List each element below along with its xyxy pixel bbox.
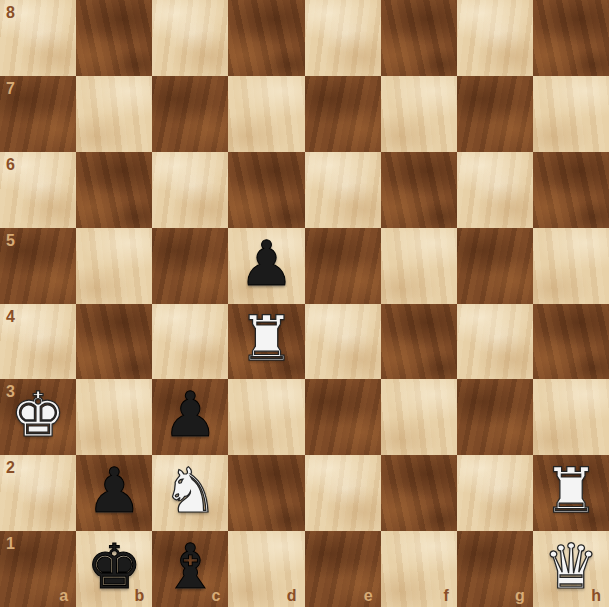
square-f3[interactable]: [381, 379, 457, 455]
square-d1[interactable]: d: [228, 531, 304, 607]
square-b3[interactable]: [76, 379, 152, 455]
square-a4[interactable]: 4: [0, 304, 76, 380]
square-a7[interactable]: 7: [0, 76, 76, 152]
chess-board: 8765♟4♜3♚♟2♟♞♜1ab♚c♝defgh♛: [0, 0, 609, 607]
black-pawn[interactable]: ♟: [163, 384, 219, 446]
square-g6[interactable]: [457, 152, 533, 228]
square-g2[interactable]: [457, 455, 533, 531]
square-e6[interactable]: [305, 152, 381, 228]
file-label-f: f: [443, 588, 448, 604]
white-queen[interactable]: ♛: [543, 536, 599, 598]
square-d3[interactable]: [228, 379, 304, 455]
square-e4[interactable]: [305, 304, 381, 380]
square-h1[interactable]: h♛: [533, 531, 609, 607]
square-c6[interactable]: [152, 152, 228, 228]
black-bishop[interactable]: ♝: [163, 536, 219, 598]
white-rook[interactable]: ♜: [543, 460, 599, 522]
file-label-e: e: [364, 588, 373, 604]
square-d6[interactable]: [228, 152, 304, 228]
square-b6[interactable]: [76, 152, 152, 228]
square-g5[interactable]: [457, 228, 533, 304]
square-e5[interactable]: [305, 228, 381, 304]
square-c8[interactable]: [152, 0, 228, 76]
square-f7[interactable]: [381, 76, 457, 152]
square-h3[interactable]: [533, 379, 609, 455]
square-e7[interactable]: [305, 76, 381, 152]
black-pawn[interactable]: ♟: [239, 233, 295, 295]
rank-label-6: 6: [6, 157, 15, 173]
square-d2[interactable]: [228, 455, 304, 531]
square-c3[interactable]: ♟: [152, 379, 228, 455]
square-c5[interactable]: [152, 228, 228, 304]
rank-label-7: 7: [6, 81, 15, 97]
square-h8[interactable]: [533, 0, 609, 76]
square-f2[interactable]: [381, 455, 457, 531]
square-b1[interactable]: b♚: [76, 531, 152, 607]
square-h2[interactable]: ♜: [533, 455, 609, 531]
square-g3[interactable]: [457, 379, 533, 455]
square-e3[interactable]: [305, 379, 381, 455]
rank-label-8: 8: [6, 5, 15, 21]
square-e2[interactable]: [305, 455, 381, 531]
rank-label-1: 1: [6, 536, 15, 552]
square-c4[interactable]: [152, 304, 228, 380]
square-b7[interactable]: [76, 76, 152, 152]
rank-label-4: 4: [6, 309, 15, 325]
file-label-d: d: [287, 588, 297, 604]
square-a5[interactable]: 5: [0, 228, 76, 304]
square-e8[interactable]: [305, 0, 381, 76]
square-b5[interactable]: [76, 228, 152, 304]
square-c7[interactable]: [152, 76, 228, 152]
square-h6[interactable]: [533, 152, 609, 228]
square-h5[interactable]: [533, 228, 609, 304]
square-a8[interactable]: 8: [0, 0, 76, 76]
square-d4[interactable]: ♜: [228, 304, 304, 380]
square-f6[interactable]: [381, 152, 457, 228]
square-b4[interactable]: [76, 304, 152, 380]
square-h7[interactable]: [533, 76, 609, 152]
rank-label-5: 5: [6, 233, 15, 249]
square-g7[interactable]: [457, 76, 533, 152]
square-e1[interactable]: e: [305, 531, 381, 607]
white-king[interactable]: ♚: [10, 384, 66, 446]
file-label-a: a: [59, 588, 68, 604]
white-knight[interactable]: ♞: [163, 460, 219, 522]
square-a3[interactable]: 3♚: [0, 379, 76, 455]
square-g4[interactable]: [457, 304, 533, 380]
square-a2[interactable]: 2: [0, 455, 76, 531]
square-a6[interactable]: 6: [0, 152, 76, 228]
square-f1[interactable]: f: [381, 531, 457, 607]
black-king[interactable]: ♚: [86, 536, 142, 598]
square-h4[interactable]: [533, 304, 609, 380]
square-c2[interactable]: ♞: [152, 455, 228, 531]
rank-label-2: 2: [6, 460, 15, 476]
square-g1[interactable]: g: [457, 531, 533, 607]
square-c1[interactable]: c♝: [152, 531, 228, 607]
square-b2[interactable]: ♟: [76, 455, 152, 531]
square-b8[interactable]: [76, 0, 152, 76]
square-d5[interactable]: ♟: [228, 228, 304, 304]
square-d7[interactable]: [228, 76, 304, 152]
black-pawn[interactable]: ♟: [86, 460, 142, 522]
square-f4[interactable]: [381, 304, 457, 380]
file-label-g: g: [515, 588, 525, 604]
square-a1[interactable]: 1a: [0, 531, 76, 607]
square-f8[interactable]: [381, 0, 457, 76]
square-d8[interactable]: [228, 0, 304, 76]
square-f5[interactable]: [381, 228, 457, 304]
square-g8[interactable]: [457, 0, 533, 76]
white-rook[interactable]: ♜: [239, 308, 295, 370]
